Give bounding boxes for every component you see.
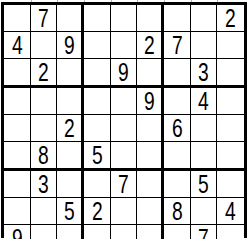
given-digit: 9: [144, 88, 155, 114]
spreadsheet-gridline-tick: [164, 0, 165, 2]
cell-r7c9[interactable]: [217, 171, 244, 198]
cell-r4c3[interactable]: [57, 88, 84, 115]
cell-r1c3[interactable]: [57, 5, 84, 32]
given-digit: 6: [171, 115, 182, 141]
cell-r3c9[interactable]: [217, 59, 244, 88]
cell-r9c9[interactable]: [217, 225, 244, 239]
cell-r4c8[interactable]: 4: [191, 88, 218, 115]
cell-r2c4[interactable]: [84, 32, 111, 59]
cell-r7c3[interactable]: [57, 171, 84, 198]
cell-r2c7[interactable]: 7: [164, 32, 191, 59]
cell-r5c3[interactable]: 2: [57, 115, 84, 142]
cell-r8c1[interactable]: [4, 198, 31, 225]
cell-r1c8[interactable]: [191, 5, 218, 32]
cell-r2c6[interactable]: 2: [137, 32, 164, 59]
cell-r9c2[interactable]: [31, 225, 58, 239]
cell-r8c6[interactable]: [137, 198, 164, 225]
given-digit: 2: [225, 5, 236, 31]
cell-r7c7[interactable]: [164, 171, 191, 198]
cell-r9c3[interactable]: [57, 225, 84, 239]
given-digit: 7: [38, 5, 49, 31]
cell-r6c5[interactable]: [111, 142, 138, 171]
given-digit: 2: [144, 32, 155, 58]
cell-r3c3[interactable]: [57, 59, 84, 88]
spreadsheet-gridline-tick: [111, 0, 112, 2]
given-digit: 4: [225, 198, 236, 224]
cell-r2c2[interactable]: [31, 32, 58, 59]
cell-r4c4[interactable]: [84, 88, 111, 115]
cell-r8c9[interactable]: 4: [217, 198, 244, 225]
cell-r2c8[interactable]: [191, 32, 218, 59]
cell-r6c1[interactable]: [4, 142, 31, 171]
cell-r4c1[interactable]: [4, 88, 31, 115]
cell-r1c6[interactable]: [137, 5, 164, 32]
cell-r5c5[interactable]: [111, 115, 138, 142]
spreadsheet-gridline-tick: [57, 0, 58, 2]
cell-r9c1[interactable]: 9: [4, 225, 31, 239]
cell-r5c6[interactable]: [137, 115, 164, 142]
cell-r4c6[interactable]: 9: [137, 88, 164, 115]
cell-r8c2[interactable]: [31, 198, 58, 225]
cell-r2c3[interactable]: 9: [57, 32, 84, 59]
cell-r4c5[interactable]: [111, 88, 138, 115]
given-digit: 9: [11, 225, 22, 239]
cell-r9c6[interactable]: [137, 225, 164, 239]
cell-r9c7[interactable]: [164, 225, 191, 239]
cell-r8c3[interactable]: 5: [57, 198, 84, 225]
cell-r3c1[interactable]: [4, 59, 31, 88]
given-digit: 5: [91, 142, 102, 168]
sudoku-board: 724927293942685375528497: [1, 2, 247, 238]
spreadsheet-gridline-tick: [137, 0, 138, 2]
cell-r2c9[interactable]: [217, 32, 244, 59]
given-digit: 4: [198, 88, 209, 114]
cell-r6c4[interactable]: 5: [84, 142, 111, 171]
cell-r6c9[interactable]: [217, 142, 244, 171]
cell-r7c5[interactable]: 7: [111, 171, 138, 198]
given-digit: 9: [64, 32, 75, 58]
cell-r5c7[interactable]: 6: [164, 115, 191, 142]
cell-r2c5[interactable]: [111, 32, 138, 59]
spreadsheet-gridline-tick: [31, 0, 32, 2]
given-digit: 7: [118, 171, 129, 197]
cell-r5c2[interactable]: [31, 115, 58, 142]
given-digit: 5: [198, 171, 209, 197]
given-digit: 4: [11, 32, 22, 58]
cell-r3c6[interactable]: [137, 59, 164, 88]
cell-r5c9[interactable]: [217, 115, 244, 142]
given-digit: 3: [38, 171, 49, 197]
cell-r6c3[interactable]: [57, 142, 84, 171]
cell-r1c4[interactable]: [84, 5, 111, 32]
given-digit: 9: [118, 59, 129, 85]
given-digit: 8: [171, 198, 182, 224]
cell-r7c1[interactable]: [4, 171, 31, 198]
cell-r8c4[interactable]: 2: [84, 198, 111, 225]
cell-r8c8[interactable]: [191, 198, 218, 225]
cell-r1c9[interactable]: 2: [217, 5, 244, 32]
given-digit: 5: [64, 198, 75, 224]
cell-r7c6[interactable]: [137, 171, 164, 198]
cell-r9c8[interactable]: 7: [191, 225, 218, 239]
cell-r6c2[interactable]: 8: [31, 142, 58, 171]
cell-r1c5[interactable]: [111, 5, 138, 32]
cell-r5c4[interactable]: [84, 115, 111, 142]
cell-r2c1[interactable]: 4: [4, 32, 31, 59]
cell-r6c7[interactable]: [164, 142, 191, 171]
given-digit: 2: [38, 59, 49, 85]
cell-r3c5[interactable]: 9: [111, 59, 138, 88]
given-digit: 2: [64, 115, 75, 141]
cell-r6c6[interactable]: [137, 142, 164, 171]
spreadsheet-gridline-tick: [84, 0, 85, 2]
given-digit: 2: [91, 198, 102, 224]
cell-r1c2[interactable]: 7: [31, 5, 58, 32]
cell-r5c1[interactable]: [4, 115, 31, 142]
cell-r7c2[interactable]: 3: [31, 171, 58, 198]
spreadsheet-gridline-tick: [191, 0, 192, 2]
cell-r4c7[interactable]: [164, 88, 191, 115]
given-digit: 7: [171, 32, 182, 58]
cell-r4c2[interactable]: [31, 88, 58, 115]
cell-r7c4[interactable]: [84, 171, 111, 198]
cell-r5c8[interactable]: [191, 115, 218, 142]
cell-r3c8[interactable]: 3: [191, 59, 218, 88]
given-digit: 3: [198, 59, 209, 85]
cell-r1c1[interactable]: [4, 5, 31, 32]
given-digit: 8: [38, 142, 49, 168]
cell-r3c4[interactable]: [84, 59, 111, 88]
given-digit: 7: [198, 225, 209, 239]
cell-r9c5[interactable]: [111, 225, 138, 239]
cell-r8c7[interactable]: 8: [164, 198, 191, 225]
cell-r8c5[interactable]: [111, 198, 138, 225]
cell-r6c8[interactable]: [191, 142, 218, 171]
cell-r7c8[interactable]: 5: [191, 171, 218, 198]
cell-r3c2[interactable]: 2: [31, 59, 58, 88]
cell-r4c9[interactable]: [217, 88, 244, 115]
spreadsheet-gridline-tick: [217, 0, 218, 2]
cell-r1c7[interactable]: [164, 5, 191, 32]
cell-r3c7[interactable]: [164, 59, 191, 88]
cell-r9c4[interactable]: [84, 225, 111, 239]
